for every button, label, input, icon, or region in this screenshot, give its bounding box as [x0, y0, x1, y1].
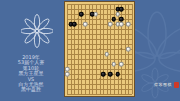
white-stone	[119, 62, 124, 67]
black-stone	[108, 72, 113, 77]
grid-line-h	[67, 69, 132, 70]
board-grid	[67, 4, 132, 94]
red-seal-icon	[174, 82, 180, 88]
white-stone	[65, 67, 70, 72]
grid-line-v	[107, 4, 108, 94]
white-stone	[112, 62, 117, 67]
white-stone	[65, 72, 70, 77]
game-info-panel: 2019年 53届个人赛 第10轮 黑方王星昱 VS 白方尤浩然 黑中盘胜	[2, 55, 60, 93]
white-stone	[119, 22, 124, 27]
grid-line-v	[132, 4, 133, 94]
black-stone	[119, 7, 124, 12]
grid-line-v	[103, 4, 104, 94]
white-stone	[83, 22, 88, 27]
go-board[interactable]	[64, 1, 135, 97]
info-result: 黑中盘胜	[2, 87, 60, 92]
grid-line-h	[67, 89, 132, 90]
screenshot-root: { "game": "go", "scene": { "background_c…	[0, 0, 180, 101]
black-stone	[101, 72, 106, 77]
black-stone	[115, 72, 120, 77]
black-stone	[112, 17, 117, 22]
white-stone	[108, 22, 113, 27]
grid-line-h	[67, 94, 132, 95]
black-stone	[72, 22, 77, 27]
grid-line-h	[67, 54, 132, 55]
white-stone	[104, 52, 109, 57]
watermark-signature: 弈客围棋	[154, 81, 179, 89]
white-stone	[115, 12, 120, 17]
black-stone	[79, 12, 84, 17]
white-stone	[126, 22, 131, 27]
lotus-flower-icon	[21, 14, 53, 48]
black-stone	[119, 17, 124, 22]
grid-line-h	[67, 74, 132, 75]
white-stone	[126, 47, 131, 52]
white-stone	[94, 12, 99, 17]
grid-line-h	[67, 84, 132, 85]
watermark-text: 弈客围棋	[154, 83, 172, 87]
grid-line-h	[67, 59, 132, 60]
